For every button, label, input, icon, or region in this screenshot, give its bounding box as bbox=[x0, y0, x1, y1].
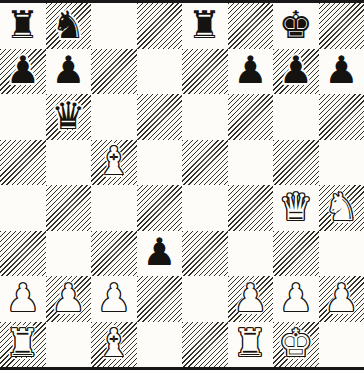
square-e6[interactable] bbox=[182, 94, 228, 140]
square-c3[interactable] bbox=[91, 231, 137, 277]
square-c4[interactable] bbox=[91, 185, 137, 231]
square-e3[interactable] bbox=[182, 231, 228, 277]
square-a2[interactable]: ♟ bbox=[0, 276, 46, 322]
square-e4[interactable] bbox=[182, 185, 228, 231]
white-bishop-icon[interactable]: ♝ bbox=[97, 142, 131, 180]
square-b8[interactable]: ♞ bbox=[46, 3, 92, 49]
square-h5[interactable] bbox=[319, 140, 364, 186]
square-b1[interactable] bbox=[46, 322, 92, 368]
square-c1[interactable]: ♝ bbox=[91, 322, 137, 368]
white-pawn-icon[interactable]: ♟ bbox=[324, 279, 358, 317]
white-pawn-icon[interactable]: ♟ bbox=[6, 279, 40, 317]
black-pawn-icon[interactable]: ♟ bbox=[279, 51, 313, 89]
square-f6[interactable] bbox=[228, 94, 274, 140]
square-b2[interactable]: ♟ bbox=[46, 276, 92, 322]
square-f4[interactable] bbox=[228, 185, 274, 231]
square-c8[interactable] bbox=[91, 3, 137, 49]
square-b7[interactable]: ♟ bbox=[46, 49, 92, 95]
square-b4[interactable] bbox=[46, 185, 92, 231]
black-pawn-icon[interactable]: ♟ bbox=[233, 51, 267, 89]
square-d1[interactable] bbox=[137, 322, 183, 368]
square-c2[interactable]: ♟ bbox=[91, 276, 137, 322]
white-rook-icon[interactable]: ♜ bbox=[6, 324, 40, 362]
white-pawn-icon[interactable]: ♟ bbox=[51, 279, 85, 317]
square-a5[interactable] bbox=[0, 140, 46, 186]
square-d5[interactable] bbox=[137, 140, 183, 186]
black-king-icon[interactable]: ♚ bbox=[279, 6, 313, 44]
square-g8[interactable]: ♚ bbox=[273, 3, 319, 49]
white-king-icon[interactable]: ♚ bbox=[279, 324, 313, 362]
square-e1[interactable] bbox=[182, 322, 228, 368]
square-h7[interactable]: ♟ bbox=[319, 49, 364, 95]
square-g3[interactable] bbox=[273, 231, 319, 277]
square-d3[interactable]: ♟ bbox=[137, 231, 183, 277]
black-pawn-icon[interactable]: ♟ bbox=[142, 233, 176, 271]
black-pawn-icon[interactable]: ♟ bbox=[51, 51, 85, 89]
square-g7[interactable]: ♟ bbox=[273, 49, 319, 95]
square-a6[interactable] bbox=[0, 94, 46, 140]
square-f1[interactable]: ♜ bbox=[228, 322, 274, 368]
square-f2[interactable]: ♟ bbox=[228, 276, 274, 322]
white-pawn-icon[interactable]: ♟ bbox=[279, 279, 313, 317]
white-queen-icon[interactable]: ♛ bbox=[279, 188, 313, 226]
square-b5[interactable] bbox=[46, 140, 92, 186]
square-g4[interactable]: ♛ bbox=[273, 185, 319, 231]
square-g5[interactable] bbox=[273, 140, 319, 186]
square-g6[interactable] bbox=[273, 94, 319, 140]
square-a4[interactable] bbox=[0, 185, 46, 231]
square-h2[interactable]: ♟ bbox=[319, 276, 364, 322]
white-rook-icon[interactable]: ♜ bbox=[233, 324, 267, 362]
black-queen-icon[interactable]: ♛ bbox=[51, 97, 85, 135]
square-c6[interactable] bbox=[91, 94, 137, 140]
square-g1[interactable]: ♚ bbox=[273, 322, 319, 368]
square-d6[interactable] bbox=[137, 94, 183, 140]
square-a3[interactable] bbox=[0, 231, 46, 277]
square-f5[interactable] bbox=[228, 140, 274, 186]
black-rook-icon[interactable]: ♜ bbox=[188, 6, 222, 44]
square-h4[interactable]: ♞ bbox=[319, 185, 364, 231]
square-c5[interactable]: ♝ bbox=[91, 140, 137, 186]
square-h6[interactable] bbox=[319, 94, 364, 140]
square-b3[interactable] bbox=[46, 231, 92, 277]
white-bishop-icon[interactable]: ♝ bbox=[97, 324, 131, 362]
square-h8[interactable] bbox=[319, 3, 364, 49]
square-f3[interactable] bbox=[228, 231, 274, 277]
square-f7[interactable]: ♟ bbox=[228, 49, 274, 95]
square-c7[interactable] bbox=[91, 49, 137, 95]
black-pawn-icon[interactable]: ♟ bbox=[324, 51, 358, 89]
white-knight-icon[interactable]: ♞ bbox=[324, 188, 358, 226]
square-e2[interactable] bbox=[182, 276, 228, 322]
square-f8[interactable] bbox=[228, 3, 274, 49]
square-d7[interactable] bbox=[137, 49, 183, 95]
square-d2[interactable] bbox=[137, 276, 183, 322]
square-a1[interactable]: ♜ bbox=[0, 322, 46, 368]
square-d8[interactable] bbox=[137, 3, 183, 49]
square-d4[interactable] bbox=[137, 185, 183, 231]
white-pawn-icon[interactable]: ♟ bbox=[97, 279, 131, 317]
black-pawn-icon[interactable]: ♟ bbox=[6, 51, 40, 89]
square-e8[interactable]: ♜ bbox=[182, 3, 228, 49]
black-knight-icon[interactable]: ♞ bbox=[51, 6, 85, 44]
chess-diagram: ♜♞♜♚♟♟♟♟♟♛♝♛♞♟♟♟♟♟♟♟♜♝♜♚ bbox=[0, 0, 364, 370]
white-pawn-icon[interactable]: ♟ bbox=[233, 279, 267, 317]
square-b6[interactable]: ♛ bbox=[46, 94, 92, 140]
square-e7[interactable] bbox=[182, 49, 228, 95]
square-a8[interactable]: ♜ bbox=[0, 3, 46, 49]
square-a7[interactable]: ♟ bbox=[0, 49, 46, 95]
chessboard: ♜♞♜♚♟♟♟♟♟♛♝♛♞♟♟♟♟♟♟♟♜♝♜♚ bbox=[0, 3, 364, 367]
square-g2[interactable]: ♟ bbox=[273, 276, 319, 322]
square-e5[interactable] bbox=[182, 140, 228, 186]
black-rook-icon[interactable]: ♜ bbox=[6, 6, 40, 44]
square-h3[interactable] bbox=[319, 231, 364, 277]
square-h1[interactable] bbox=[319, 322, 364, 368]
